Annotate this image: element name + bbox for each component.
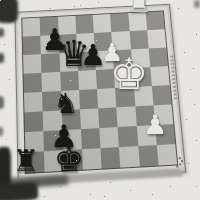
white-king-f4[interactable]: ♚	[110, 53, 149, 96]
black-rook-a1[interactable]: ♜	[13, 146, 40, 176]
chessboard-photo: ♜♟♛♟♟♚♞♟♟♚♜	[0, 0, 200, 200]
white-pawn-g2[interactable]: ♟	[143, 111, 167, 138]
black-knight-c3[interactable]: ♞	[53, 90, 78, 118]
white-rook-g8[interactable]: ♜	[126, 0, 153, 17]
pieces-layer: ♜♟♛♟♟♚♞♟♟♚♜	[0, 0, 200, 200]
black-king-c1[interactable]: ♚	[54, 142, 84, 176]
